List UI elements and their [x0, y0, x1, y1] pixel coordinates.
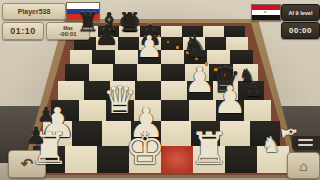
black-player-name: AI 9 level	[281, 4, 320, 21]
menu-bar-icon	[298, 144, 313, 146]
white-player-name: Player538	[2, 3, 66, 20]
square-e4[interactable]	[161, 81, 187, 100]
square-e6[interactable]	[161, 50, 184, 65]
home-button[interactable]: ⌂	[287, 152, 320, 179]
square-a4[interactable]	[58, 81, 84, 100]
square-e8[interactable]	[161, 26, 182, 37]
square-e2[interactable]	[161, 121, 191, 146]
egypt-eagle-icon: ✦	[263, 10, 268, 15]
white-clock: 01:10	[2, 22, 44, 40]
menu-bar-icon	[298, 139, 313, 141]
egypt-flag-icon: ✦	[251, 4, 281, 21]
move-timer-value: -00:01	[59, 31, 76, 37]
square-a5[interactable]	[65, 64, 89, 81]
square-a6[interactable]	[70, 50, 93, 65]
captured-black-pawn: ♟	[26, 124, 47, 147]
captured-white-bishop: ♝	[278, 121, 301, 142]
square-d5[interactable]	[137, 64, 161, 81]
piece-white-rook[interactable]: ♜	[189, 126, 229, 171]
square-h8[interactable]	[224, 26, 245, 37]
square-e7[interactable]	[161, 37, 183, 50]
square-h3[interactable]	[244, 100, 272, 122]
last-move-trail-dot	[176, 46, 179, 49]
piece-black-knight[interactable]: ♞	[182, 32, 209, 62]
piece-black-pawn[interactable]: ♟	[95, 21, 119, 48]
square-b6[interactable]	[92, 50, 115, 65]
square-c6[interactable]	[115, 50, 138, 65]
square-e3[interactable]	[161, 100, 189, 122]
square-h7[interactable]	[226, 37, 248, 50]
square-g1[interactable]	[225, 146, 257, 174]
captured-black-pawn: ♟	[245, 81, 261, 99]
game-screen: Player538 01:10 Max -00:01 ✦ AI 9 level …	[0, 0, 320, 180]
square-e5[interactable]	[161, 64, 185, 81]
square-b2[interactable]	[72, 121, 102, 146]
piece-white-pawn[interactable]: ♟	[136, 32, 163, 62]
captured-white-knight: ♞	[261, 134, 281, 156]
black-clock: 00:00	[281, 22, 320, 39]
captured-black-pawn: ♟	[37, 104, 55, 124]
piece-white-pawn[interactable]: ♟	[213, 81, 247, 119]
square-d4[interactable]	[135, 81, 161, 100]
piece-white-king[interactable]: ♚	[125, 126, 165, 171]
square-b1[interactable]	[65, 146, 97, 174]
